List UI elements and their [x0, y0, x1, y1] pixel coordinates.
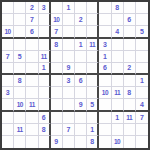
sudoku-cell-given[interactable]: 5	[87, 99, 99, 111]
sudoku-cell-empty[interactable]	[75, 2, 87, 14]
cell-digit: 6	[79, 77, 83, 84]
sudoku-cell-empty[interactable]	[14, 2, 26, 14]
cell-digit: 1	[42, 64, 46, 71]
sudoku-cell-empty[interactable]	[51, 87, 63, 99]
sudoku-cell-empty[interactable]	[136, 39, 148, 51]
cell-digit: 1	[103, 53, 107, 60]
sudoku-cell-empty[interactable]	[14, 63, 26, 75]
sudoku-cell-given[interactable]: 7	[51, 26, 63, 38]
sudoku-cell-given[interactable]: 7	[2, 51, 14, 63]
sudoku-cell-empty[interactable]	[124, 39, 136, 51]
sudoku-cell-empty[interactable]	[51, 2, 63, 14]
cell-digit: 1	[115, 114, 119, 121]
sudoku-cell-empty[interactable]	[99, 124, 111, 136]
sudoku-cell-given[interactable]: 6	[26, 26, 38, 38]
sudoku-cell-empty[interactable]	[2, 75, 14, 87]
sudoku-cell-given[interactable]: 1	[63, 2, 75, 14]
sudoku-cell-empty[interactable]	[136, 136, 148, 148]
sudoku-cell-given[interactable]: 11	[26, 99, 38, 111]
sudoku-cell-empty[interactable]	[75, 63, 87, 75]
sudoku-cell-given[interactable]: 4	[136, 99, 148, 111]
cell-digit: 8	[18, 77, 22, 84]
sudoku-cell-empty[interactable]	[26, 63, 38, 75]
sudoku-cell-given[interactable]: 2	[124, 63, 136, 75]
sudoku-cell-empty[interactable]	[14, 26, 26, 38]
cell-digit: 1	[79, 41, 83, 48]
sudoku-cell-empty[interactable]	[26, 87, 38, 99]
sudoku-cell-given[interactable]: 1	[136, 75, 148, 87]
cell-digit: 5	[18, 53, 22, 60]
sudoku-cell-given[interactable]: 8	[51, 39, 63, 51]
cell-digit: 9	[79, 101, 83, 108]
sudoku-cell-empty[interactable]	[124, 2, 136, 14]
sudoku-cell-empty[interactable]	[2, 39, 14, 51]
cell-digit: 11	[41, 53, 47, 60]
cell-digit: 11	[89, 41, 95, 48]
sudoku-cell-empty[interactable]	[14, 112, 26, 124]
sudoku-cell-empty[interactable]	[2, 136, 14, 148]
cell-digit: 3	[42, 4, 46, 11]
sudoku-cell-empty[interactable]	[39, 75, 51, 87]
sudoku-cell-empty[interactable]	[75, 26, 87, 38]
sudoku-cell-empty[interactable]	[63, 26, 75, 38]
sudoku-cell-empty[interactable]	[112, 75, 124, 87]
sudoku-cell-given[interactable]: 6	[124, 14, 136, 26]
sudoku-cell-given[interactable]: 11	[39, 51, 51, 63]
sudoku-cell-empty[interactable]	[2, 14, 14, 26]
sudoku-cell-given[interactable]: 4	[112, 26, 124, 38]
sudoku-cell-given[interactable]: 5	[136, 26, 148, 38]
sudoku-cell-given[interactable]: 10	[2, 26, 14, 38]
sudoku-cell-empty[interactable]	[87, 14, 99, 26]
sudoku-cell-given[interactable]: 6	[39, 112, 51, 124]
cell-digit: 11	[126, 114, 132, 121]
cell-digit: 1	[90, 126, 94, 133]
cell-digit: 6	[42, 114, 46, 121]
sudoku-cell-empty[interactable]	[136, 87, 148, 99]
cell-digit: 11	[29, 101, 35, 108]
sudoku-cell-empty[interactable]	[26, 112, 38, 124]
sudoku-cell-empty[interactable]	[87, 26, 99, 38]
sudoku-cell-given[interactable]: 10	[51, 14, 63, 26]
cell-digit: 7	[30, 16, 34, 23]
sudoku-cell-given[interactable]: 8	[14, 75, 26, 87]
sudoku-cell-given[interactable]: 2	[75, 14, 87, 26]
sudoku-cell-empty[interactable]	[124, 124, 136, 136]
sudoku-cell-given[interactable]: 10	[112, 136, 124, 148]
sudoku-cell-empty[interactable]	[26, 75, 38, 87]
sudoku-cell-empty[interactable]	[99, 75, 111, 87]
sudoku-cell-empty[interactable]	[63, 39, 75, 51]
sudoku-cell-empty[interactable]	[51, 63, 63, 75]
cell-digit: 6	[30, 28, 34, 35]
sudoku-cell-given[interactable]: 3	[2, 87, 14, 99]
sudoku-cell-empty[interactable]	[26, 39, 38, 51]
cell-digit: 11	[17, 126, 23, 133]
sudoku-cell-empty[interactable]	[87, 75, 99, 87]
sudoku-cell-empty[interactable]	[99, 99, 111, 111]
sudoku-cell-empty[interactable]	[51, 99, 63, 111]
sudoku-cell-empty[interactable]	[51, 124, 63, 136]
sudoku-cell-empty[interactable]	[124, 26, 136, 38]
sudoku-cell-empty[interactable]	[51, 75, 63, 87]
cell-digit: 5	[140, 28, 144, 35]
cell-digit: 4	[140, 101, 144, 108]
sudoku-cell-empty[interactable]	[2, 2, 14, 14]
sudoku-cell-empty[interactable]	[14, 87, 26, 99]
cell-digit: 3	[103, 41, 107, 48]
cell-digit: 8	[54, 41, 58, 48]
sudoku-cell-empty[interactable]	[112, 124, 124, 136]
sudoku-cell-empty[interactable]	[39, 39, 51, 51]
sudoku-cell-empty[interactable]	[51, 112, 63, 124]
sudoku-cell-given[interactable]: 7	[63, 124, 75, 136]
sudoku-cell-empty[interactable]	[136, 124, 148, 136]
sudoku-cell-empty[interactable]	[112, 99, 124, 111]
sudoku-cell-empty[interactable]	[2, 63, 14, 75]
sudoku-cell-given[interactable]: 3	[63, 75, 75, 87]
sudoku-cell-empty[interactable]	[75, 136, 87, 148]
sudoku-cell-given[interactable]: 3	[99, 39, 111, 51]
sudoku-cell-empty[interactable]	[99, 2, 111, 14]
sudoku-cell-empty[interactable]	[63, 99, 75, 111]
sudoku-cell-empty[interactable]	[63, 136, 75, 148]
sudoku-cell-empty[interactable]	[136, 51, 148, 63]
sudoku-cell-given[interactable]: 1	[112, 112, 124, 124]
cell-digit: 10	[17, 101, 23, 108]
cell-digit: 8	[115, 4, 119, 11]
cell-digit: 9	[66, 64, 70, 71]
sudoku-cell-empty[interactable]	[2, 112, 14, 124]
sudoku-cell-given[interactable]: 11	[112, 87, 124, 99]
cell-digit: 10	[114, 138, 120, 145]
cell-digit: 10	[4, 28, 10, 35]
cell-digit: 10	[53, 16, 59, 23]
sudoku-cell-empty[interactable]	[63, 51, 75, 63]
cell-digit: 4	[115, 28, 119, 35]
sudoku-cell-given[interactable]: 11	[87, 39, 99, 51]
cell-digit: 8	[127, 89, 131, 96]
sudoku-cell-given[interactable]: 6	[75, 75, 87, 87]
sudoku-cell-given[interactable]: 10	[99, 87, 111, 99]
sudoku-cell-empty[interactable]	[87, 2, 99, 14]
sudoku-cell-empty[interactable]	[124, 75, 136, 87]
sudoku-cell-empty[interactable]	[99, 112, 111, 124]
sudoku-cell-given[interactable]: 7	[136, 112, 148, 124]
sudoku-cell-given[interactable]: 2	[26, 2, 38, 14]
sudoku-cell-empty[interactable]	[75, 87, 87, 99]
sudoku-cell-given[interactable]: 8	[87, 136, 99, 148]
sudoku-cell-empty[interactable]	[39, 14, 51, 26]
sudoku-cell-given[interactable]: 9	[51, 136, 63, 148]
sudoku-cell-given[interactable]: 6	[99, 63, 111, 75]
sudoku-cell-given[interactable]: 1	[99, 51, 111, 63]
cell-digit: 1	[66, 4, 70, 11]
sudoku-cell-empty[interactable]	[2, 124, 14, 136]
sudoku-cell-empty[interactable]	[51, 51, 63, 63]
sudoku-cell-empty[interactable]	[87, 51, 99, 63]
sudoku-cell-given[interactable]: 9	[75, 99, 87, 111]
sudoku-cell-given[interactable]: 11	[14, 124, 26, 136]
sudoku-cell-empty[interactable]	[87, 87, 99, 99]
sudoku-cell-empty[interactable]	[87, 63, 99, 75]
cell-digit: 3	[66, 77, 70, 84]
sudoku-cell-given[interactable]: 9	[63, 63, 75, 75]
sudoku-cell-empty[interactable]	[124, 51, 136, 63]
sudoku-cell-empty[interactable]	[136, 63, 148, 75]
sudoku-cell-empty[interactable]	[87, 112, 99, 124]
sudoku-cell-empty[interactable]	[14, 14, 26, 26]
cell-digit: 10	[102, 89, 108, 96]
cell-digit: 8	[42, 126, 46, 133]
sudoku-cell-empty[interactable]	[136, 14, 148, 26]
sudoku-cell-empty[interactable]	[75, 51, 87, 63]
cell-digit: 7	[66, 126, 70, 133]
sudoku-cell-empty[interactable]	[75, 112, 87, 124]
sudoku-cell-given[interactable]: 7	[26, 14, 38, 26]
sudoku-cell-empty[interactable]	[136, 2, 148, 14]
sudoku-cell-empty[interactable]	[63, 87, 75, 99]
cell-digit: 1	[140, 77, 144, 84]
sudoku-cell-given[interactable]: 8	[124, 87, 136, 99]
sudoku-cell-empty[interactable]	[99, 26, 111, 38]
sudoku-cell-given[interactable]: 3	[39, 2, 51, 14]
cell-digit: 9	[54, 138, 58, 145]
sudoku-cell-empty[interactable]	[63, 14, 75, 26]
sudoku-cell-given[interactable]: 1	[75, 39, 87, 51]
sudoku-cell-given[interactable]: 8	[39, 124, 51, 136]
sudoku-cell-empty[interactable]	[26, 124, 38, 136]
cell-digit: 6	[103, 64, 107, 71]
sudoku-cell-empty[interactable]	[112, 39, 124, 51]
sudoku-cell-empty[interactable]	[39, 136, 51, 148]
sudoku-cell-empty[interactable]	[112, 14, 124, 26]
sudoku-cell-empty[interactable]	[14, 39, 26, 51]
cell-digit: 6	[127, 16, 131, 23]
sudoku-cell-empty[interactable]	[26, 136, 38, 148]
cell-digit: 7	[54, 28, 58, 35]
cell-digit: 7	[6, 53, 10, 60]
cell-digit: 2	[30, 4, 34, 11]
cell-digit: 2	[79, 16, 83, 23]
sudoku-cell-empty[interactable]	[99, 136, 111, 148]
cell-digit: 2	[127, 64, 131, 71]
sudoku-cell-empty[interactable]	[39, 87, 51, 99]
sudoku-cell-empty[interactable]	[39, 99, 51, 111]
cell-digit: 5	[90, 101, 94, 108]
sudoku-board: 2318710261067458111375111196283613101181…	[0, 0, 150, 150]
sudoku-cell-empty[interactable]	[39, 26, 51, 38]
sudoku-cell-empty[interactable]	[75, 124, 87, 136]
sudoku-cell-empty[interactable]	[124, 136, 136, 148]
sudoku-cell-empty[interactable]	[112, 51, 124, 63]
sudoku-cell-given[interactable]: 10	[14, 99, 26, 111]
sudoku-cell-empty[interactable]	[63, 112, 75, 124]
cell-digit: 3	[6, 89, 10, 96]
sudoku-cell-empty[interactable]	[99, 14, 111, 26]
cell-digit: 8	[90, 138, 94, 145]
sudoku-cell-given[interactable]: 8	[112, 2, 124, 14]
cell-digit: 11	[114, 89, 120, 96]
sudoku-cell-empty[interactable]	[2, 99, 14, 111]
sudoku-cell-empty[interactable]	[26, 51, 38, 63]
sudoku-cell-given[interactable]: 1	[87, 124, 99, 136]
sudoku-cell-given[interactable]: 1	[39, 63, 51, 75]
sudoku-cell-given[interactable]: 5	[14, 51, 26, 63]
sudoku-cell-given[interactable]: 11	[124, 112, 136, 124]
sudoku-cell-empty[interactable]	[112, 63, 124, 75]
sudoku-cell-empty[interactable]	[14, 136, 26, 148]
cell-digit: 7	[140, 114, 144, 121]
sudoku-cell-empty[interactable]	[124, 99, 136, 111]
